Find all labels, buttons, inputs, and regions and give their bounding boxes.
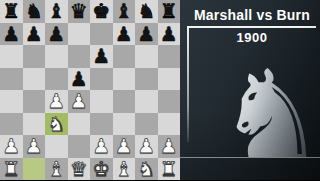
square-f4	[113, 90, 136, 113]
square-a1: ♜	[0, 158, 23, 181]
square-b3	[23, 113, 46, 136]
black-pawn-e6: ♟	[92, 46, 110, 66]
square-c2	[45, 135, 68, 158]
chess-board: ♜♞♝♛♚♝♞♜♟♟♟♟♟♟♟♟♟♟♞♟♟♟♟♟♟♜♝♛♚♝♞♜	[0, 0, 180, 180]
white-king-e1: ♚	[92, 159, 110, 179]
white-knight-g1: ♞	[137, 159, 155, 179]
square-g8: ♞	[135, 0, 158, 23]
square-b5	[23, 68, 46, 91]
square-h2: ♟	[158, 135, 181, 158]
square-h6	[158, 45, 181, 68]
square-e2: ♟	[90, 135, 113, 158]
square-a7: ♟	[0, 23, 23, 46]
black-pawn-b7: ♟	[25, 24, 43, 44]
square-a8: ♜	[0, 0, 23, 23]
square-h1: ♜	[158, 158, 181, 181]
square-h5	[158, 68, 181, 91]
square-d4: ♟	[68, 90, 91, 113]
square-f5	[113, 68, 136, 91]
square-f8: ♝	[113, 0, 136, 23]
square-c6	[45, 45, 68, 68]
square-e5	[90, 68, 113, 91]
square-g5	[135, 68, 158, 91]
white-pawn-b2: ♟	[25, 136, 43, 156]
square-f3	[113, 113, 136, 136]
black-bishop-c8: ♝	[47, 1, 65, 21]
square-e4	[90, 90, 113, 113]
square-h8: ♜	[158, 0, 181, 23]
square-e6: ♟	[90, 45, 113, 68]
black-pawn-h7: ♟	[160, 24, 178, 44]
square-e3	[90, 113, 113, 136]
title-panel: Marshall vs Burn 1900 ♞	[180, 0, 320, 180]
square-f2: ♟	[113, 135, 136, 158]
black-rook-h8: ♜	[160, 1, 178, 21]
white-pawn-e2: ♟	[92, 136, 110, 156]
square-e8: ♚	[90, 0, 113, 23]
square-a4	[0, 90, 23, 113]
black-rook-a8: ♜	[2, 1, 20, 21]
square-a5	[0, 68, 23, 91]
white-pawn-g2: ♟	[137, 136, 155, 156]
square-d3	[68, 113, 91, 136]
square-c3: ♞	[45, 113, 68, 136]
square-h4	[158, 90, 181, 113]
black-pawn-f7: ♟	[115, 24, 133, 44]
square-a2: ♟	[0, 135, 23, 158]
white-knight-c3: ♞	[47, 114, 65, 134]
white-bishop-f1: ♝	[115, 159, 133, 179]
black-bishop-f8: ♝	[115, 1, 133, 21]
square-d7	[68, 23, 91, 46]
square-e7	[90, 23, 113, 46]
square-g3	[135, 113, 158, 136]
square-g1: ♞	[135, 158, 158, 181]
square-e1: ♚	[90, 158, 113, 181]
black-pawn-a7: ♟	[2, 24, 20, 44]
square-g7: ♟	[135, 23, 158, 46]
square-c1: ♝	[45, 158, 68, 181]
square-h7: ♟	[158, 23, 181, 46]
square-g6	[135, 45, 158, 68]
square-d2	[68, 135, 91, 158]
square-d5: ♟	[68, 68, 91, 91]
square-d6	[68, 45, 91, 68]
square-g4	[135, 90, 158, 113]
square-d1: ♛	[68, 158, 91, 181]
black-queen-d8: ♛	[70, 1, 88, 21]
video-thumbnail[interactable]: ♜♞♝♛♚♝♞♜♟♟♟♟♟♟♟♟♟♟♞♟♟♟♟♟♟♜♝♛♚♝♞♜ Marshal…	[0, 0, 320, 180]
black-pawn-g7: ♟	[137, 24, 155, 44]
square-c5	[45, 68, 68, 91]
square-b2: ♟	[23, 135, 46, 158]
square-b1	[23, 158, 46, 181]
square-c4: ♟	[45, 90, 68, 113]
square-h3	[158, 113, 181, 136]
white-pawn-f2: ♟	[115, 136, 133, 156]
white-pawn-a2: ♟	[2, 136, 20, 156]
black-pawn-d5: ♟	[70, 69, 88, 89]
square-f1: ♝	[113, 158, 136, 181]
black-pawn-c7: ♟	[47, 24, 65, 44]
square-f7: ♟	[113, 23, 136, 46]
square-c7: ♟	[45, 23, 68, 46]
white-bishop-c1: ♝	[47, 159, 65, 179]
square-a3	[0, 113, 23, 136]
square-b7: ♟	[23, 23, 46, 46]
square-b8: ♞	[23, 0, 46, 23]
square-b6	[23, 45, 46, 68]
title-underline	[187, 26, 316, 28]
white-knight-photo-icon: ♞	[217, 54, 320, 176]
white-pawn-h2: ♟	[160, 136, 178, 156]
square-a6	[0, 45, 23, 68]
square-g2: ♟	[135, 135, 158, 158]
white-pawn-c4: ♟	[47, 91, 65, 111]
square-c8: ♝	[45, 0, 68, 23]
square-d8: ♛	[68, 0, 91, 23]
square-b4	[23, 90, 46, 113]
match-year: 1900	[187, 30, 317, 45]
white-rook-a1: ♜	[2, 159, 20, 179]
white-rook-h1: ♜	[160, 159, 178, 179]
black-knight-b8: ♞	[25, 1, 43, 21]
square-f6	[113, 45, 136, 68]
match-title: Marshall vs Burn	[187, 7, 317, 23]
white-queen-d1: ♛	[70, 159, 88, 179]
black-king-e8: ♚	[92, 1, 110, 21]
white-pawn-d4: ♟	[70, 91, 88, 111]
black-knight-g8: ♞	[137, 1, 155, 21]
